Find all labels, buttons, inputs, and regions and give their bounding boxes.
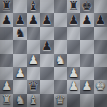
square-b2[interactable]	[13, 80, 26, 93]
piece-white-pawn[interactable]: ♟	[1, 80, 12, 93]
square-a3[interactable]	[0, 67, 13, 80]
piece-black-rook[interactable]: ♜	[68, 0, 79, 13]
square-h3[interactable]	[94, 67, 107, 80]
square-h8[interactable]	[94, 0, 107, 13]
piece-white-pawn[interactable]: ♟	[28, 54, 39, 67]
square-h6[interactable]	[94, 27, 107, 40]
piece-white-pawn[interactable]: ♟	[68, 80, 79, 93]
square-c5[interactable]	[27, 40, 40, 53]
square-g6[interactable]	[80, 27, 93, 40]
square-d3[interactable]	[40, 67, 53, 80]
square-h2[interactable]: ♚	[94, 80, 107, 93]
piece-black-knight[interactable]: ♞	[15, 27, 26, 40]
square-b8[interactable]	[13, 0, 26, 13]
square-e4[interactable]: ♞	[54, 54, 67, 67]
square-g7[interactable]: ♟	[80, 13, 93, 26]
square-a2[interactable]: ♟	[0, 80, 13, 93]
piece-black-pawn[interactable]: ♟	[28, 14, 39, 27]
square-b3[interactable]: ♟	[13, 67, 26, 80]
square-e3[interactable]	[54, 67, 67, 80]
square-d8[interactable]	[40, 0, 53, 13]
chess-board: ♜♝♜♚♟♟♟♟♟♟♟♞♟♟♞♟♟♟♛♟♟♚♜♞♝♛	[0, 0, 107, 107]
square-c1[interactable]: ♝	[27, 94, 40, 107]
square-a6[interactable]	[0, 27, 13, 40]
square-c4[interactable]: ♟	[27, 54, 40, 67]
square-h7[interactable]: ♟	[94, 13, 107, 26]
square-a8[interactable]: ♜	[0, 0, 13, 13]
square-d6[interactable]	[40, 27, 53, 40]
square-b4[interactable]	[13, 54, 26, 67]
square-e2[interactable]	[54, 80, 67, 93]
piece-white-knight[interactable]: ♞	[15, 94, 26, 107]
square-g5[interactable]	[80, 40, 93, 53]
piece-white-rook[interactable]: ♜	[1, 94, 12, 107]
square-h4[interactable]	[94, 54, 107, 67]
square-a4[interactable]	[0, 54, 13, 67]
square-c6[interactable]	[27, 27, 40, 40]
square-d7[interactable]: ♟	[40, 13, 53, 26]
piece-black-pawn[interactable]: ♟	[41, 40, 52, 53]
piece-black-king[interactable]: ♚	[82, 0, 93, 13]
square-c7[interactable]: ♟	[27, 13, 40, 26]
square-h5[interactable]	[94, 40, 107, 53]
square-d2[interactable]	[40, 80, 53, 93]
piece-black-pawn[interactable]: ♟	[95, 14, 106, 27]
piece-white-bishop[interactable]: ♝	[28, 94, 39, 107]
square-d5[interactable]: ♟	[40, 40, 53, 53]
square-a1[interactable]: ♜	[0, 94, 13, 107]
piece-black-pawn[interactable]: ♟	[15, 14, 26, 27]
piece-black-pawn[interactable]: ♟	[1, 14, 12, 27]
piece-black-pawn[interactable]: ♟	[68, 14, 79, 27]
square-f3[interactable]: ♟	[67, 67, 80, 80]
piece-black-rook[interactable]: ♜	[1, 0, 12, 13]
square-a7[interactable]: ♟	[0, 13, 13, 26]
piece-white-king[interactable]: ♚	[95, 80, 106, 93]
piece-black-pawn[interactable]: ♟	[82, 14, 93, 27]
square-e5[interactable]	[54, 40, 67, 53]
piece-white-pawn[interactable]: ♟	[82, 80, 93, 93]
piece-white-queen[interactable]: ♛	[55, 94, 66, 107]
square-f4[interactable]	[67, 54, 80, 67]
square-d1[interactable]	[40, 94, 53, 107]
square-g8[interactable]: ♚	[80, 0, 93, 13]
square-c2[interactable]: ♛	[27, 80, 40, 93]
piece-white-pawn[interactable]: ♟	[15, 67, 26, 80]
square-e7[interactable]	[54, 13, 67, 26]
square-b5[interactable]	[13, 40, 26, 53]
piece-black-queen[interactable]: ♛	[28, 80, 39, 93]
square-h1[interactable]	[94, 94, 107, 107]
square-f7[interactable]: ♟	[67, 13, 80, 26]
square-d4[interactable]	[40, 54, 53, 67]
square-c8[interactable]: ♝	[27, 0, 40, 13]
square-f5[interactable]	[67, 40, 80, 53]
square-f2[interactable]: ♟	[67, 80, 80, 93]
piece-black-bishop[interactable]: ♝	[28, 0, 39, 13]
square-b1[interactable]: ♞	[13, 94, 26, 107]
square-g2[interactable]: ♟	[80, 80, 93, 93]
square-e6[interactable]	[54, 27, 67, 40]
square-a5[interactable]	[0, 40, 13, 53]
square-g4[interactable]	[80, 54, 93, 67]
piece-white-knight[interactable]: ♞	[55, 54, 66, 67]
square-e1[interactable]: ♛	[54, 94, 67, 107]
square-f8[interactable]: ♜	[67, 0, 80, 13]
square-b7[interactable]: ♟	[13, 13, 26, 26]
piece-white-pawn[interactable]: ♟	[68, 67, 79, 80]
square-e8[interactable]	[54, 0, 67, 13]
piece-black-pawn[interactable]: ♟	[41, 14, 52, 27]
chess-app-window: ♜♝♜♚♟♟♟♟♟♟♟♞♟♟♞♟♟♟♛♟♟♚♜♞♝♛	[0, 0, 107, 107]
square-f1[interactable]	[67, 94, 80, 107]
square-f6[interactable]	[67, 27, 80, 40]
square-g1[interactable]	[80, 94, 93, 107]
square-c3[interactable]	[27, 67, 40, 80]
square-g3[interactable]	[80, 67, 93, 80]
square-b6[interactable]: ♞	[13, 27, 26, 40]
